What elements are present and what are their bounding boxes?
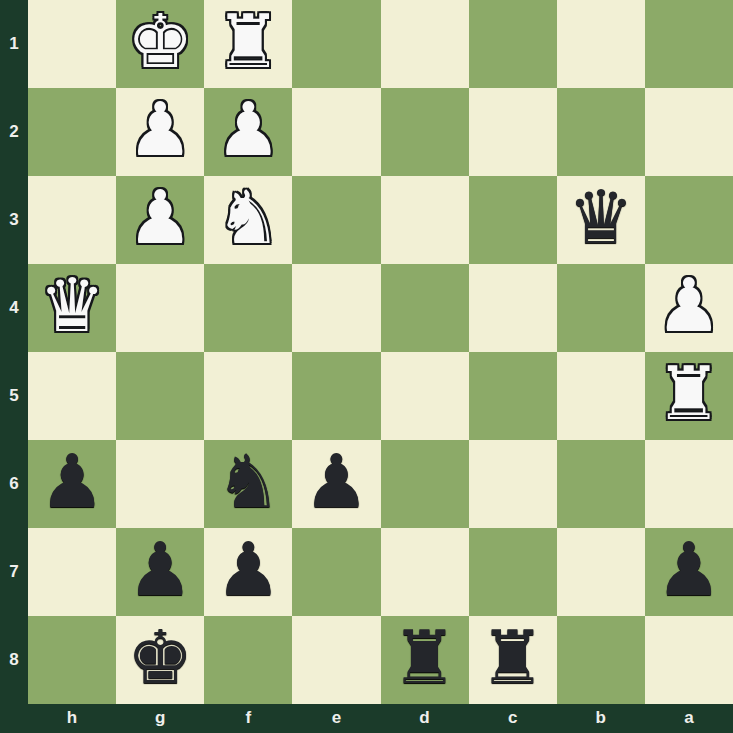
rank-label-7: 7 [0, 528, 28, 616]
square-b8[interactable] [557, 616, 645, 704]
file-label-h: h [28, 704, 116, 733]
rank-label-4: 4 [0, 264, 28, 352]
square-g7[interactable]: ♟ [116, 528, 204, 616]
square-c7[interactable] [469, 528, 557, 616]
square-c2[interactable] [469, 88, 557, 176]
white-pawn[interactable]: ♟ [215, 85, 281, 173]
white-knight[interactable]: ♞ [215, 173, 281, 261]
square-b1[interactable] [557, 0, 645, 88]
square-c8[interactable]: ♜ [469, 616, 557, 704]
square-f8[interactable] [204, 616, 292, 704]
square-c6[interactable] [469, 440, 557, 528]
black-queen[interactable]: ♛ [568, 173, 634, 261]
square-b5[interactable] [557, 352, 645, 440]
black-rook[interactable]: ♜ [480, 613, 546, 701]
square-d8[interactable]: ♜ [381, 616, 469, 704]
square-d3[interactable] [381, 176, 469, 264]
square-d6[interactable] [381, 440, 469, 528]
file-label-b: b [557, 704, 645, 733]
file-coordinates: hgfedcba [28, 704, 733, 733]
square-e3[interactable] [292, 176, 380, 264]
square-f7[interactable]: ♟ [204, 528, 292, 616]
file-label-d: d [381, 704, 469, 733]
square-c5[interactable] [469, 352, 557, 440]
black-king[interactable]: ♚ [127, 613, 193, 701]
square-h1[interactable] [28, 0, 116, 88]
square-a4[interactable]: ♟ [645, 264, 733, 352]
white-pawn[interactable]: ♟ [127, 173, 193, 261]
black-pawn[interactable]: ♟ [303, 437, 369, 525]
square-c4[interactable] [469, 264, 557, 352]
file-label-a: a [645, 704, 733, 733]
rank-label-1: 1 [0, 0, 28, 88]
rank-label-6: 6 [0, 440, 28, 528]
file-label-c: c [469, 704, 557, 733]
square-f2[interactable]: ♟ [204, 88, 292, 176]
chess-board-frame: ♚♜♟♟♟♞♛♛♟♜♟♞♟♟♟♟♚♜♜ 12345678 hgfedcba [0, 0, 733, 733]
square-e7[interactable] [292, 528, 380, 616]
square-a8[interactable] [645, 616, 733, 704]
white-king[interactable]: ♚ [127, 0, 193, 85]
square-b2[interactable] [557, 88, 645, 176]
white-queen[interactable]: ♛ [39, 261, 105, 349]
square-e2[interactable] [292, 88, 380, 176]
white-rook[interactable]: ♜ [656, 349, 722, 437]
square-g4[interactable] [116, 264, 204, 352]
square-d1[interactable] [381, 0, 469, 88]
square-f6[interactable]: ♞ [204, 440, 292, 528]
square-h3[interactable] [28, 176, 116, 264]
square-b7[interactable] [557, 528, 645, 616]
square-f3[interactable]: ♞ [204, 176, 292, 264]
square-a3[interactable] [645, 176, 733, 264]
black-pawn[interactable]: ♟ [215, 525, 281, 613]
black-rook[interactable]: ♜ [391, 613, 457, 701]
square-h7[interactable] [28, 528, 116, 616]
square-b4[interactable] [557, 264, 645, 352]
square-c3[interactable] [469, 176, 557, 264]
square-b3[interactable]: ♛ [557, 176, 645, 264]
square-a5[interactable]: ♜ [645, 352, 733, 440]
square-e5[interactable] [292, 352, 380, 440]
square-f5[interactable] [204, 352, 292, 440]
chess-board: ♚♜♟♟♟♞♛♛♟♜♟♞♟♟♟♟♚♜♜ [28, 0, 733, 704]
white-rook[interactable]: ♜ [215, 0, 281, 85]
black-knight[interactable]: ♞ [215, 437, 281, 525]
square-e6[interactable]: ♟ [292, 440, 380, 528]
square-h5[interactable] [28, 352, 116, 440]
file-label-e: e [292, 704, 380, 733]
square-e8[interactable] [292, 616, 380, 704]
square-h8[interactable] [28, 616, 116, 704]
square-e4[interactable] [292, 264, 380, 352]
rank-coordinates: 12345678 [0, 0, 28, 704]
square-g8[interactable]: ♚ [116, 616, 204, 704]
square-a6[interactable] [645, 440, 733, 528]
black-pawn[interactable]: ♟ [656, 525, 722, 613]
file-label-g: g [116, 704, 204, 733]
rank-label-2: 2 [0, 88, 28, 176]
square-f4[interactable] [204, 264, 292, 352]
square-g5[interactable] [116, 352, 204, 440]
square-h2[interactable] [28, 88, 116, 176]
white-pawn[interactable]: ♟ [656, 261, 722, 349]
square-a1[interactable] [645, 0, 733, 88]
square-a2[interactable] [645, 88, 733, 176]
square-g3[interactable]: ♟ [116, 176, 204, 264]
square-d7[interactable] [381, 528, 469, 616]
square-g6[interactable] [116, 440, 204, 528]
rank-label-8: 8 [0, 616, 28, 704]
rank-label-5: 5 [0, 352, 28, 440]
square-d5[interactable] [381, 352, 469, 440]
black-pawn[interactable]: ♟ [127, 525, 193, 613]
square-f1[interactable]: ♜ [204, 0, 292, 88]
square-g1[interactable]: ♚ [116, 0, 204, 88]
square-e1[interactable] [292, 0, 380, 88]
square-b6[interactable] [557, 440, 645, 528]
square-h4[interactable]: ♛ [28, 264, 116, 352]
square-d4[interactable] [381, 264, 469, 352]
rank-label-3: 3 [0, 176, 28, 264]
square-a7[interactable]: ♟ [645, 528, 733, 616]
square-c1[interactable] [469, 0, 557, 88]
black-pawn[interactable]: ♟ [39, 437, 105, 525]
square-g2[interactable]: ♟ [116, 88, 204, 176]
square-d2[interactable] [381, 88, 469, 176]
white-pawn[interactable]: ♟ [127, 85, 193, 173]
file-label-f: f [204, 704, 292, 733]
square-h6[interactable]: ♟ [28, 440, 116, 528]
